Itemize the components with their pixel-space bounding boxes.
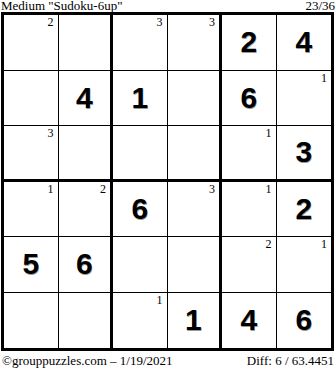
cell-r3c5[interactable]: 1 xyxy=(222,126,277,182)
given-digit: 6 xyxy=(295,305,312,335)
given-digit: 5 xyxy=(22,249,39,279)
sudoku-page: Medium "Sudoku-6up" 23/36 23324416131312… xyxy=(0,0,336,370)
cell-r4c2[interactable]: 2 xyxy=(59,182,114,238)
cell-r5c2[interactable]: 6 xyxy=(59,237,114,293)
given-digit: 4 xyxy=(295,27,312,57)
cell-r4c4[interactable]: 3 xyxy=(168,182,223,238)
given-digit: 1 xyxy=(131,83,148,113)
given-digit: 4 xyxy=(76,83,93,113)
cell-r6c6[interactable]: 6 xyxy=(277,293,332,349)
corner-mark: 3 xyxy=(157,16,163,29)
given-digit: 6 xyxy=(240,83,257,113)
cell-r2c4[interactable] xyxy=(168,71,223,127)
corner-mark: 3 xyxy=(209,183,215,196)
cell-r5c1[interactable]: 5 xyxy=(4,237,59,293)
corner-mark: 1 xyxy=(157,294,163,307)
cell-r2c2[interactable]: 4 xyxy=(59,71,114,127)
cell-r5c3[interactable] xyxy=(113,237,168,293)
cell-r1c1[interactable]: 2 xyxy=(4,15,59,71)
cell-r4c1[interactable]: 1 xyxy=(4,182,59,238)
cell-r1c2[interactable] xyxy=(59,15,114,71)
cell-r4c6[interactable]: 2 xyxy=(277,182,332,238)
cell-r4c5[interactable]: 1 xyxy=(222,182,277,238)
given-digit: 1 xyxy=(185,305,202,335)
cell-r3c6[interactable]: 3 xyxy=(277,126,332,182)
footer: ©grouppuzzles.com – 1/19/2021 Diff: 6 / … xyxy=(2,353,334,368)
cell-r1c6[interactable]: 4 xyxy=(277,15,332,71)
cell-r6c4[interactable]: 1 xyxy=(168,293,223,349)
cell-r2c3[interactable]: 1 xyxy=(113,71,168,127)
given-digit: 3 xyxy=(295,137,312,167)
cell-r3c3[interactable] xyxy=(113,126,168,182)
cell-r3c2[interactable] xyxy=(59,126,114,182)
given-digit: 2 xyxy=(295,194,312,224)
given-digit: 4 xyxy=(240,305,257,335)
given-digit: 6 xyxy=(76,249,93,279)
copyright-text: ©grouppuzzles.com – 1/19/2021 xyxy=(2,353,173,368)
given-digit: 2 xyxy=(240,27,257,57)
cell-r2c1[interactable] xyxy=(4,71,59,127)
corner-mark: 1 xyxy=(266,183,272,196)
given-digit: 6 xyxy=(131,194,148,224)
cell-r1c4[interactable]: 3 xyxy=(168,15,223,71)
cell-r5c4[interactable] xyxy=(168,237,223,293)
corner-mark: 1 xyxy=(321,72,327,85)
corner-mark: 2 xyxy=(100,183,106,196)
cell-r5c6[interactable]: 1 xyxy=(277,237,332,293)
cell-r1c3[interactable]: 3 xyxy=(113,15,168,71)
corner-mark: 3 xyxy=(48,127,54,140)
corner-mark: 1 xyxy=(266,127,272,140)
cell-r3c4[interactable] xyxy=(168,126,223,182)
difficulty-text: Diff: 6 / 63.4451 xyxy=(247,353,334,368)
cell-r2c6[interactable]: 1 xyxy=(277,71,332,127)
sudoku-grid: 23324416131312631256211146 xyxy=(4,15,331,348)
corner-mark: 2 xyxy=(48,16,54,29)
cell-r4c3[interactable]: 6 xyxy=(113,182,168,238)
sudoku-board: 23324416131312631256211146 xyxy=(1,12,334,351)
cell-r3c1[interactable]: 3 xyxy=(4,126,59,182)
cell-r2c5[interactable]: 6 xyxy=(222,71,277,127)
corner-mark: 2 xyxy=(266,238,272,251)
corner-mark: 1 xyxy=(48,183,54,196)
corner-mark: 3 xyxy=(209,16,215,29)
cell-r6c2[interactable] xyxy=(59,293,114,349)
corner-mark: 1 xyxy=(321,238,327,251)
cell-r6c1[interactable] xyxy=(4,293,59,349)
cell-r6c3[interactable]: 1 xyxy=(113,293,168,349)
cell-r6c5[interactable]: 4 xyxy=(222,293,277,349)
cell-r1c5[interactable]: 2 xyxy=(222,15,277,71)
cell-r5c5[interactable]: 2 xyxy=(222,237,277,293)
